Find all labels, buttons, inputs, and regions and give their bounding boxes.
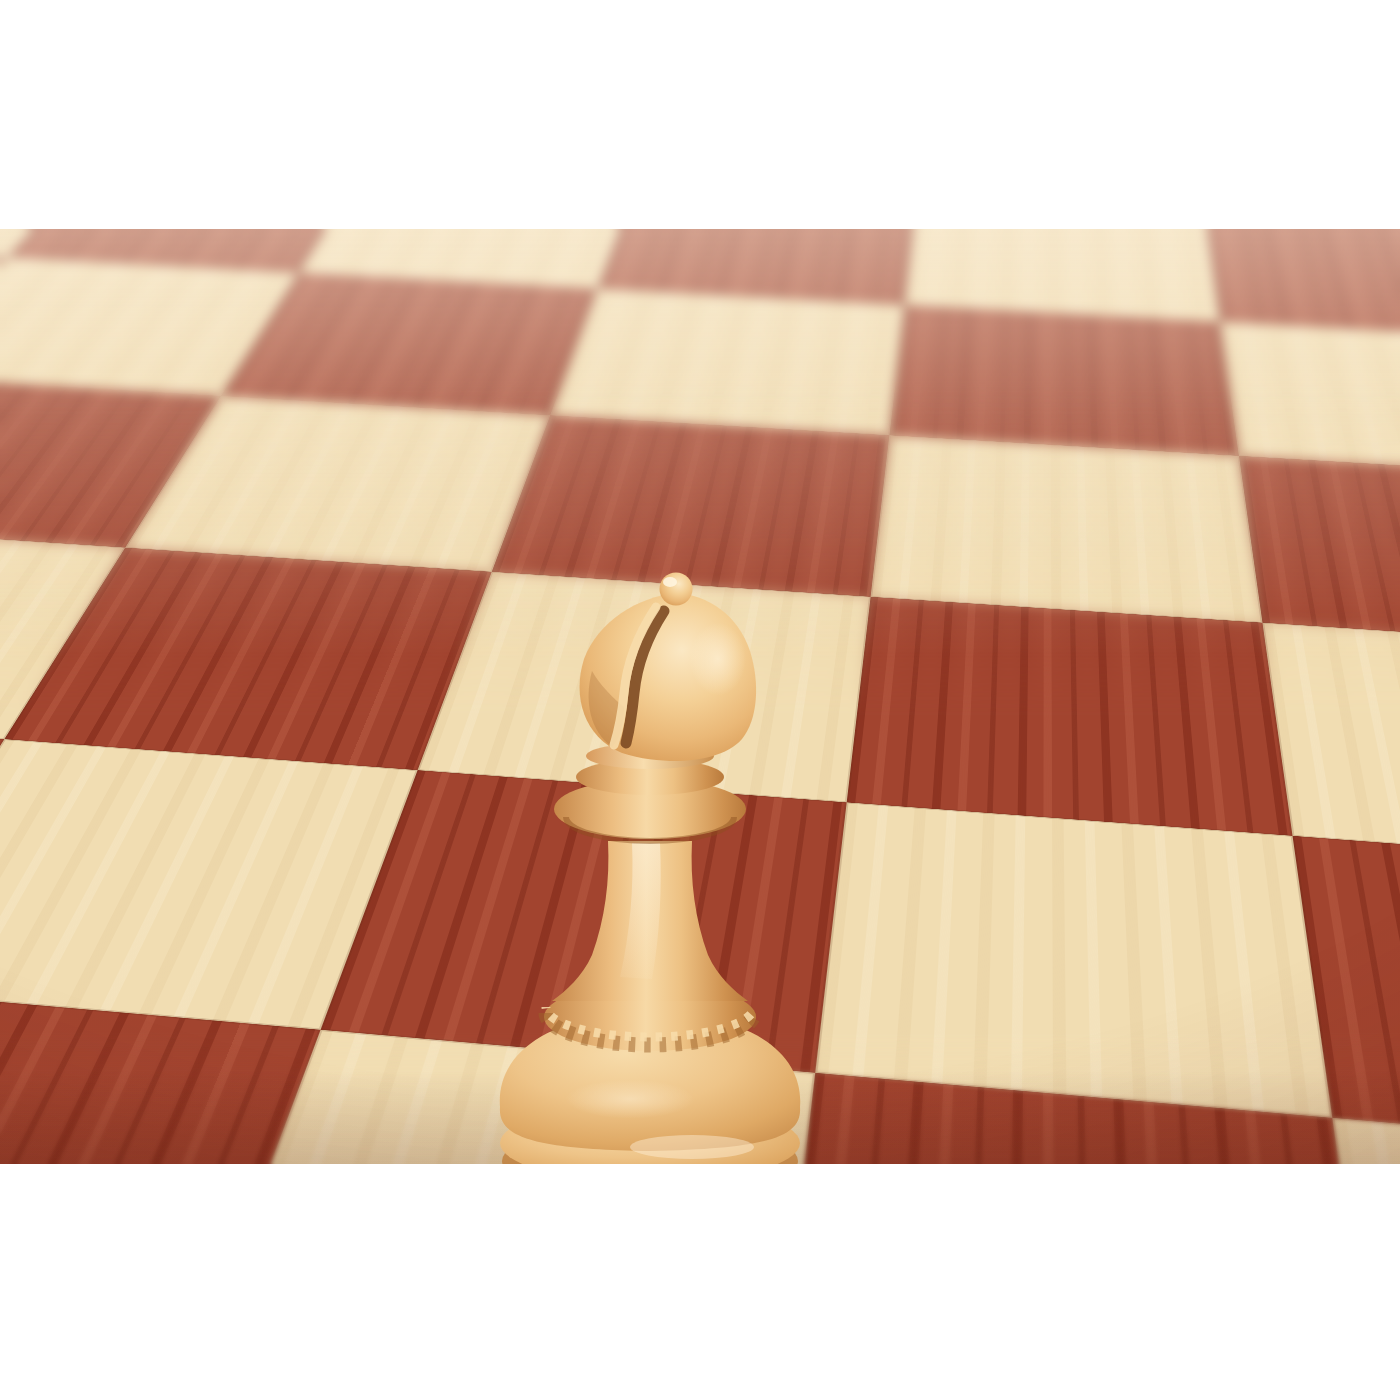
square-e7	[889, 305, 1239, 456]
bishop-stem	[552, 841, 748, 1001]
square-f7	[1220, 322, 1400, 477]
square-e4	[815, 802, 1332, 1117]
product-photo: White boxwood Staunton bishop with ball …	[0, 0, 1400, 1400]
square-f3	[1332, 1118, 1400, 1164]
mitre-head	[580, 593, 758, 761]
letterbox-top	[0, 0, 1400, 229]
ball-finial	[660, 573, 693, 606]
head-gloss	[678, 607, 758, 711]
square-f6	[1239, 456, 1400, 650]
square-d7	[550, 289, 904, 436]
square-e6	[871, 435, 1263, 622]
square-e5	[847, 597, 1293, 836]
photo-area: White boxwood Staunton bishop with ball …	[0, 229, 1400, 1164]
letterbox-bottom	[0, 1164, 1400, 1400]
white-bishop-piece: White boxwood Staunton bishop with ball …	[480, 551, 820, 1164]
